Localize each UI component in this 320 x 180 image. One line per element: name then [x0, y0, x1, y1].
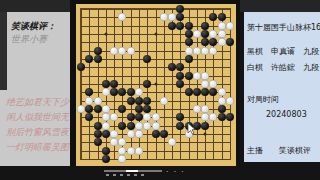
white-stone — [102, 122, 110, 130]
white-stone — [102, 88, 110, 96]
white-stone — [160, 13, 168, 21]
white-player: 白棋 许皓鋐 九段 — [247, 62, 319, 73]
black-stone — [176, 80, 184, 88]
left-titlebar — [0, 0, 70, 12]
black-stone — [209, 13, 217, 21]
black-stone — [110, 80, 118, 88]
black-stone — [176, 13, 184, 21]
white-stone — [118, 155, 126, 163]
black-stone — [94, 105, 102, 113]
black-stone — [185, 38, 193, 46]
white-stone — [127, 147, 135, 155]
black-stone — [127, 122, 135, 130]
black-stone — [226, 113, 234, 121]
white-stone — [102, 105, 110, 113]
black-stone — [135, 113, 143, 121]
white-stone — [226, 22, 234, 30]
star-point — [204, 133, 207, 136]
timeline-ticks — [106, 174, 146, 176]
white-stone — [127, 47, 135, 55]
white-stone — [143, 113, 151, 121]
time-label: 对局时间 — [247, 94, 279, 105]
right-panel: 第十届国手山脉杯16强 黑棋 申真谞 九段 白棋 许皓鋐 九段 对局时间 202… — [240, 0, 320, 180]
right-titlebar — [240, 0, 320, 12]
black-stone — [77, 63, 85, 71]
white-stone — [110, 113, 118, 121]
white-stone — [168, 13, 176, 21]
black-stone — [209, 38, 217, 46]
black-stone — [218, 105, 226, 113]
board-frame — [70, 0, 240, 180]
host-line: 主播 笑谈棋评 — [247, 145, 311, 156]
white-stone — [152, 122, 160, 130]
window-edge — [0, 12, 7, 90]
black-stone — [201, 88, 209, 96]
black-stone — [85, 88, 93, 96]
black-stone — [143, 97, 151, 105]
channel-subtitle: 世界小赛 — [11, 33, 47, 46]
black-stone — [218, 13, 226, 21]
black-stone — [201, 38, 209, 46]
white-stone — [218, 30, 226, 38]
black-stone — [94, 138, 102, 146]
black-stone — [201, 122, 209, 130]
black-stone — [185, 30, 193, 38]
white-stone — [85, 97, 93, 105]
go-board — [76, 4, 236, 167]
left-panel: 笑谈棋评： 世界小赛 绝艺如君天下少 闲人似我世间无 别后竹窗风雪夜 一灯明暗覆… — [0, 0, 70, 180]
black-stone — [102, 80, 110, 88]
white-stone — [152, 113, 160, 121]
black-stone — [193, 88, 201, 96]
black-stone — [85, 55, 93, 63]
black-stone — [176, 63, 184, 71]
poem-line-4: 一灯明暗覆吴图 — [6, 141, 69, 154]
poem-line-1: 绝艺如君天下少 — [6, 96, 69, 109]
white-stone — [118, 13, 126, 21]
black-stone — [127, 97, 135, 105]
white-stone — [209, 30, 217, 38]
white-stone — [118, 138, 126, 146]
mouse-cursor-icon — [187, 123, 196, 135]
white-stone — [160, 97, 168, 105]
black-stone — [110, 88, 118, 96]
black-stone — [143, 105, 151, 113]
channel-title: 笑谈棋评： — [11, 20, 56, 33]
black-stone — [85, 113, 93, 121]
black-stone — [118, 122, 126, 130]
game-date: 20240803 — [266, 110, 307, 119]
white-stone — [168, 138, 176, 146]
grid-line — [172, 9, 173, 159]
grid-line — [81, 101, 230, 102]
black-stone — [102, 155, 110, 163]
white-stone — [218, 22, 226, 30]
white-stone — [201, 47, 209, 55]
black-stone — [176, 122, 184, 130]
grid-line — [230, 9, 231, 159]
white-stone — [102, 113, 110, 121]
white-stone — [201, 105, 209, 113]
black-stone — [127, 113, 135, 121]
white-stone — [135, 122, 143, 130]
white-stone — [201, 80, 209, 88]
star-point — [154, 83, 157, 86]
white-stone — [185, 47, 193, 55]
black-stone — [94, 55, 102, 63]
black-stone — [185, 55, 193, 63]
black-stone — [185, 72, 193, 80]
black-stone — [102, 147, 110, 155]
white-stone — [127, 130, 135, 138]
black-stone — [209, 88, 217, 96]
black-stone — [135, 105, 143, 113]
black-stone — [135, 97, 143, 105]
black-stone — [226, 38, 234, 46]
white-stone — [110, 130, 118, 138]
white-stone — [135, 147, 143, 155]
black-stone — [127, 88, 135, 96]
black-stone — [201, 22, 209, 30]
white-stone — [110, 138, 118, 146]
white-stone — [118, 147, 126, 155]
star-point — [104, 33, 107, 36]
black-stone — [143, 55, 151, 63]
black-stone — [94, 130, 102, 138]
black-stone — [94, 122, 102, 130]
video-frame: 笑谈棋评： 世界小赛 绝艺如君天下少 闲人似我世间无 别后竹窗风雪夜 一灯明暗覆… — [0, 0, 320, 180]
white-stone — [143, 122, 151, 130]
white-stone — [94, 97, 102, 105]
black-player: 黑棋 申真谞 九段 — [247, 46, 319, 57]
black-stone — [185, 88, 193, 96]
black-stone — [160, 130, 168, 138]
white-stone — [193, 105, 201, 113]
white-stone — [218, 88, 226, 96]
event-title: 第十届国手山脉杯16强 — [247, 22, 320, 33]
white-stone — [193, 72, 201, 80]
game-info-panel: 第十届国手山脉杯16强 黑棋 申真谞 九段 白棋 许皓鋐 九段 对局时间 202… — [244, 12, 320, 162]
white-stone — [135, 88, 143, 96]
commentary-panel: 笑谈棋评： 世界小赛 绝艺如君天下少 闲人似我世间无 别后竹窗风雪夜 一灯明暗覆… — [0, 12, 70, 166]
black-stone — [218, 113, 226, 121]
black-stone — [176, 22, 184, 30]
black-stone — [168, 63, 176, 71]
video-progress-bar[interactable] — [104, 170, 162, 172]
star-point — [154, 33, 157, 36]
white-stone — [118, 47, 126, 55]
black-stone — [143, 80, 151, 88]
white-stone — [209, 47, 217, 55]
white-stone — [218, 38, 226, 46]
video-progress-fill — [126, 170, 138, 172]
white-stone — [226, 97, 234, 105]
white-stone — [201, 113, 209, 121]
black-stone — [168, 22, 176, 30]
black-stone — [176, 72, 184, 80]
white-stone — [209, 80, 217, 88]
white-stone — [193, 30, 201, 38]
black-stone — [176, 5, 184, 13]
black-stone — [118, 105, 126, 113]
grid-line — [81, 142, 230, 143]
white-stone — [110, 47, 118, 55]
board-grid — [80, 8, 231, 160]
more-options-dots: • • • — [166, 169, 186, 174]
white-stone — [201, 72, 209, 80]
video-control-bar: • • • — [0, 166, 320, 180]
black-stone — [85, 105, 93, 113]
black-stone — [176, 113, 184, 121]
white-stone — [135, 130, 143, 138]
black-stone — [152, 130, 160, 138]
white-stone — [218, 97, 226, 105]
white-stone — [193, 47, 201, 55]
black-stone — [185, 22, 193, 30]
black-stone — [94, 47, 102, 55]
poem-line-3: 别后竹窗风雪夜 — [6, 126, 69, 139]
white-stone — [77, 105, 85, 113]
black-stone — [102, 130, 110, 138]
black-stone — [118, 88, 126, 96]
black-stone — [201, 30, 209, 38]
white-stone — [209, 113, 217, 121]
poem-line-2: 闲人似我世间无 — [6, 111, 69, 124]
